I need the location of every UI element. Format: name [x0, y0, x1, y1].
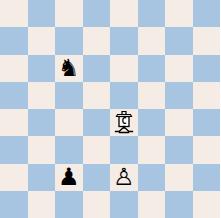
square-g4[interactable]: [165, 109, 193, 136]
square-b8[interactable]: [28, 0, 56, 27]
square-c4[interactable]: [55, 109, 83, 136]
black-knight[interactable]: ♞: [58, 56, 80, 80]
square-d1[interactable]: [83, 191, 111, 218]
chess-board: ♞C♟♙: [0, 0, 220, 218]
square-c6[interactable]: ♞: [55, 55, 83, 82]
square-b3[interactable]: [28, 136, 56, 163]
square-a2[interactable]: [0, 164, 28, 191]
square-d3[interactable]: [83, 136, 111, 163]
square-a5[interactable]: [0, 82, 28, 109]
square-a1[interactable]: [0, 191, 28, 218]
square-g6[interactable]: [165, 55, 193, 82]
square-g2[interactable]: [165, 164, 193, 191]
square-h3[interactable]: [193, 136, 221, 163]
square-g1[interactable]: [165, 191, 193, 218]
square-b5[interactable]: [28, 82, 56, 109]
square-b4[interactable]: [28, 109, 56, 136]
square-c3[interactable]: [55, 136, 83, 163]
white-chancellor-banner[interactable]: C: [113, 111, 135, 135]
square-d7[interactable]: [83, 27, 111, 54]
square-a6[interactable]: [0, 55, 28, 82]
square-d6[interactable]: [83, 55, 111, 82]
square-f5[interactable]: [138, 82, 166, 109]
white-pawn[interactable]: ♙: [113, 165, 135, 189]
square-e3[interactable]: [110, 136, 138, 163]
square-d4[interactable]: [83, 109, 111, 136]
square-h5[interactable]: [193, 82, 221, 109]
square-f8[interactable]: [138, 0, 166, 27]
square-h1[interactable]: [193, 191, 221, 218]
square-f1[interactable]: [138, 191, 166, 218]
square-h2[interactable]: [193, 164, 221, 191]
square-g3[interactable]: [165, 136, 193, 163]
square-b7[interactable]: [28, 27, 56, 54]
square-e8[interactable]: [110, 0, 138, 27]
square-f7[interactable]: [138, 27, 166, 54]
square-d5[interactable]: [83, 82, 111, 109]
square-h7[interactable]: [193, 27, 221, 54]
square-b2[interactable]: [28, 164, 56, 191]
square-g8[interactable]: [165, 0, 193, 27]
svg-text:C: C: [121, 116, 126, 126]
square-a8[interactable]: [0, 0, 28, 27]
square-f4[interactable]: [138, 109, 166, 136]
square-g7[interactable]: [165, 27, 193, 54]
square-e6[interactable]: [110, 55, 138, 82]
square-a3[interactable]: [0, 136, 28, 163]
square-c2[interactable]: ♟: [55, 164, 83, 191]
square-e7[interactable]: [110, 27, 138, 54]
square-h4[interactable]: [193, 109, 221, 136]
square-c5[interactable]: [55, 82, 83, 109]
square-f6[interactable]: [138, 55, 166, 82]
square-b1[interactable]: [28, 191, 56, 218]
square-h8[interactable]: [193, 0, 221, 27]
black-pawn[interactable]: ♟: [58, 165, 80, 189]
square-e2[interactable]: ♙: [110, 164, 138, 191]
square-e1[interactable]: [110, 191, 138, 218]
square-h6[interactable]: [193, 55, 221, 82]
square-c1[interactable]: [55, 191, 83, 218]
square-d2[interactable]: [83, 164, 111, 191]
square-a7[interactable]: [0, 27, 28, 54]
square-b6[interactable]: [28, 55, 56, 82]
square-d8[interactable]: [83, 0, 111, 27]
square-c8[interactable]: [55, 0, 83, 27]
square-f3[interactable]: [138, 136, 166, 163]
square-e4[interactable]: C: [110, 109, 138, 136]
square-c7[interactable]: [55, 27, 83, 54]
square-f2[interactable]: [138, 164, 166, 191]
square-a4[interactable]: [0, 109, 28, 136]
square-e5[interactable]: [110, 82, 138, 109]
square-g5[interactable]: [165, 82, 193, 109]
